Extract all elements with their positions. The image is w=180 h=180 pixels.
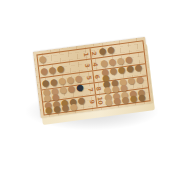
field-9: ●●●●●●●●● — [43, 97, 89, 114]
wood-peg[interactable]: ● — [69, 104, 78, 110]
wood-peg[interactable]: ● — [38, 57, 47, 63]
field-number-label: 2 — [88, 49, 100, 57]
field-number-label: 6 — [91, 72, 103, 81]
peg-row: ●●●●● — [104, 94, 148, 105]
wood-peg[interactable]: ● — [74, 76, 83, 82]
wood-peg[interactable]: ● — [107, 47, 116, 53]
field-10: ●●●●●●●●●● — [103, 89, 149, 106]
wood-peg[interactable]: ● — [125, 57, 134, 63]
peg-row: ●●●● — [44, 102, 88, 113]
wood-peg[interactable]: ● — [56, 66, 65, 72]
scene: ●12●●●●●34●●●●●●●●●56●●●●●●●●●●●●●78●●●●… — [0, 0, 180, 180]
board-grid: ●12●●●●●34●●●●●●●●●56●●●●●●●●●●●●●78●●●●… — [36, 40, 150, 115]
wood-peg[interactable]: ● — [138, 95, 147, 101]
